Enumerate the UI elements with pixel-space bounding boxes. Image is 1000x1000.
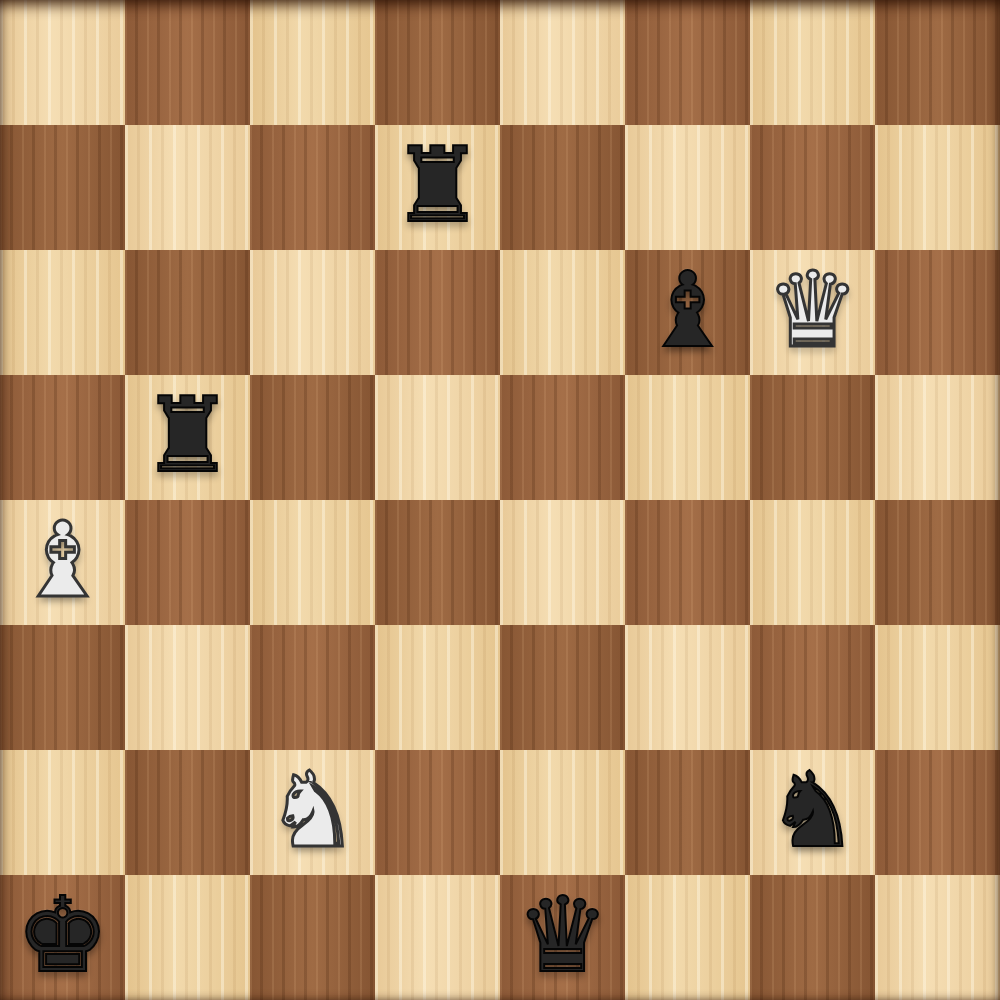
white-bishop[interactable]: ♝ — [0, 500, 125, 625]
square-f8[interactable] — [625, 0, 750, 125]
square-a7[interactable] — [0, 125, 125, 250]
square-b3[interactable] — [125, 625, 250, 750]
square-e1[interactable]: ♛ — [500, 875, 625, 1000]
square-h6[interactable] — [875, 250, 1000, 375]
square-g5[interactable] — [750, 375, 875, 500]
square-b4[interactable] — [125, 500, 250, 625]
square-a4[interactable]: ♝ — [0, 500, 125, 625]
square-c8[interactable] — [250, 0, 375, 125]
square-g2[interactable]: ♞ — [750, 750, 875, 875]
square-e2[interactable] — [500, 750, 625, 875]
square-e8[interactable] — [500, 0, 625, 125]
white-queen[interactable]: ♛ — [750, 250, 875, 375]
square-a8[interactable] — [0, 0, 125, 125]
square-g1[interactable] — [750, 875, 875, 1000]
square-f1[interactable] — [625, 875, 750, 1000]
square-b2[interactable] — [125, 750, 250, 875]
square-h8[interactable] — [875, 0, 1000, 125]
square-h3[interactable] — [875, 625, 1000, 750]
square-e3[interactable] — [500, 625, 625, 750]
square-g3[interactable] — [750, 625, 875, 750]
square-g6[interactable]: ♛ — [750, 250, 875, 375]
square-h2[interactable] — [875, 750, 1000, 875]
square-d5[interactable] — [375, 375, 500, 500]
square-c1[interactable] — [250, 875, 375, 1000]
square-d3[interactable] — [375, 625, 500, 750]
square-b7[interactable] — [125, 125, 250, 250]
square-c2[interactable]: ♞ — [250, 750, 375, 875]
square-f3[interactable] — [625, 625, 750, 750]
square-a5[interactable] — [0, 375, 125, 500]
square-g7[interactable] — [750, 125, 875, 250]
square-b1[interactable] — [125, 875, 250, 1000]
black-queen[interactable]: ♛ — [500, 875, 625, 1000]
square-f7[interactable] — [625, 125, 750, 250]
square-f5[interactable] — [625, 375, 750, 500]
square-f6[interactable]: ♝ — [625, 250, 750, 375]
square-h1[interactable] — [875, 875, 1000, 1000]
square-d2[interactable] — [375, 750, 500, 875]
black-rook[interactable]: ♜ — [125, 375, 250, 500]
square-d7[interactable]: ♜ — [375, 125, 500, 250]
square-d6[interactable] — [375, 250, 500, 375]
square-b8[interactable] — [125, 0, 250, 125]
square-e4[interactable] — [500, 500, 625, 625]
white-knight[interactable]: ♞ — [250, 750, 375, 875]
square-e6[interactable] — [500, 250, 625, 375]
square-h7[interactable] — [875, 125, 1000, 250]
square-c5[interactable] — [250, 375, 375, 500]
chess-board: ♜♝♛♜♝♞♞♚♛ — [0, 0, 1000, 1000]
square-a1[interactable]: ♚ — [0, 875, 125, 1000]
square-e5[interactable] — [500, 375, 625, 500]
square-c3[interactable] — [250, 625, 375, 750]
square-b6[interactable] — [125, 250, 250, 375]
square-e7[interactable] — [500, 125, 625, 250]
black-rook[interactable]: ♜ — [375, 125, 500, 250]
square-c6[interactable] — [250, 250, 375, 375]
black-knight[interactable]: ♞ — [750, 750, 875, 875]
square-c7[interactable] — [250, 125, 375, 250]
square-f4[interactable] — [625, 500, 750, 625]
black-bishop[interactable]: ♝ — [625, 250, 750, 375]
square-d8[interactable] — [375, 0, 500, 125]
square-d4[interactable] — [375, 500, 500, 625]
square-f2[interactable] — [625, 750, 750, 875]
square-d1[interactable] — [375, 875, 500, 1000]
square-a2[interactable] — [0, 750, 125, 875]
square-b5[interactable]: ♜ — [125, 375, 250, 500]
square-g4[interactable] — [750, 500, 875, 625]
square-a3[interactable] — [0, 625, 125, 750]
black-king[interactable]: ♚ — [0, 875, 125, 1000]
square-h4[interactable] — [875, 500, 1000, 625]
square-g8[interactable] — [750, 0, 875, 125]
square-h5[interactable] — [875, 375, 1000, 500]
square-a6[interactable] — [0, 250, 125, 375]
square-c4[interactable] — [250, 500, 375, 625]
